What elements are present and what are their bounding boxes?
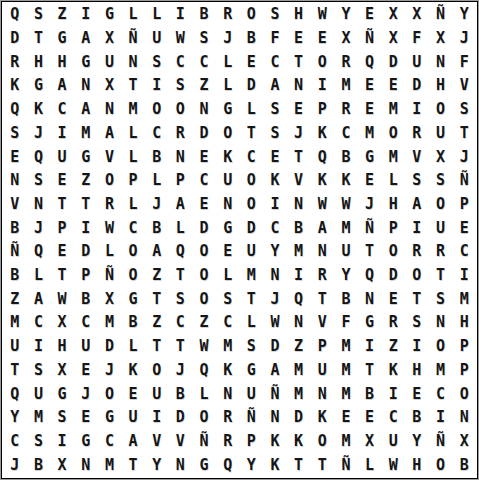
cell-r7c19[interactable]: X	[429, 145, 453, 169]
cell-r12c3[interactable]: T	[50, 264, 74, 288]
cell-r16c13[interactable]: M	[287, 359, 311, 383]
cell-r18c17[interactable]: C	[381, 406, 405, 430]
cell-r7c20[interactable]: J	[452, 145, 476, 169]
cell-r4c20[interactable]: V	[452, 74, 476, 98]
cell-r15c3[interactable]: H	[50, 335, 74, 359]
cell-r17c11[interactable]: U	[239, 382, 263, 406]
cell-r15c1[interactable]: U	[3, 335, 27, 359]
cell-r11c11[interactable]: U	[239, 240, 263, 264]
cell-r6c17[interactable]: O	[381, 122, 405, 146]
cell-r13c7[interactable]: T	[145, 287, 169, 311]
cell-r4c14[interactable]: I	[310, 74, 334, 98]
cell-r8c18[interactable]: S	[405, 169, 429, 193]
cell-r12c19[interactable]: T	[429, 264, 453, 288]
cell-r15c17[interactable]: Z	[381, 335, 405, 359]
cell-r7c3[interactable]: U	[50, 145, 74, 169]
cell-r5c1[interactable]: Q	[3, 98, 27, 122]
cell-r1c20[interactable]: Y	[452, 3, 476, 27]
cell-r12c20[interactable]: I	[452, 264, 476, 288]
cell-r6c20[interactable]: T	[452, 122, 476, 146]
cell-r19c3[interactable]: I	[50, 430, 74, 454]
cell-r3c17[interactable]: D	[381, 50, 405, 74]
cell-r2c2[interactable]: T	[27, 27, 51, 51]
cell-r8c19[interactable]: S	[429, 169, 453, 193]
cell-r18c11[interactable]: Ñ	[239, 406, 263, 430]
cell-r14c2[interactable]: C	[27, 311, 51, 335]
cell-r17c19[interactable]: C	[429, 382, 453, 406]
cell-r1c2[interactable]: S	[27, 3, 51, 27]
cell-r19c7[interactable]: V	[145, 430, 169, 454]
cell-r14c1[interactable]: M	[3, 311, 27, 335]
cell-r18c3[interactable]: S	[50, 406, 74, 430]
cell-r10c1[interactable]: B	[3, 216, 27, 240]
cell-r12c4[interactable]: P	[74, 264, 98, 288]
cell-r5c6[interactable]: M	[121, 98, 145, 122]
cell-r9c4[interactable]: T	[74, 193, 98, 217]
cell-r1c6[interactable]: L	[121, 3, 145, 27]
cell-r4c16[interactable]: E	[358, 74, 382, 98]
cell-r4c19[interactable]: H	[429, 74, 453, 98]
cell-r14c16[interactable]: G	[358, 311, 382, 335]
cell-r12c1[interactable]: B	[3, 264, 27, 288]
cell-r10c4[interactable]: I	[74, 216, 98, 240]
cell-r11c13[interactable]: M	[287, 240, 311, 264]
cell-r2c20[interactable]: J	[452, 27, 476, 51]
cell-r16c10[interactable]: K	[216, 359, 240, 383]
cell-r20c5[interactable]: M	[98, 453, 122, 477]
cell-r15c13[interactable]: Z	[287, 335, 311, 359]
cell-r12c9[interactable]: O	[192, 264, 216, 288]
cell-r12c15[interactable]: Y	[334, 264, 358, 288]
cell-r13c19[interactable]: S	[429, 287, 453, 311]
cell-r17c5[interactable]: O	[98, 382, 122, 406]
cell-r5c3[interactable]: C	[50, 98, 74, 122]
cell-r6c7[interactable]: C	[145, 122, 169, 146]
cell-r5c5[interactable]: N	[98, 98, 122, 122]
cell-r2c12[interactable]: F	[263, 27, 287, 51]
cell-r14c11[interactable]: L	[239, 311, 263, 335]
cell-r16c17[interactable]: K	[381, 359, 405, 383]
cell-r19c8[interactable]: V	[169, 430, 193, 454]
cell-r1c17[interactable]: X	[381, 3, 405, 27]
cell-r11c6[interactable]: O	[121, 240, 145, 264]
cell-r5c12[interactable]: S	[263, 98, 287, 122]
cell-r16c9[interactable]: Q	[192, 359, 216, 383]
cell-r18c20[interactable]: N	[452, 406, 476, 430]
cell-r14c6[interactable]: B	[121, 311, 145, 335]
cell-r5c18[interactable]: I	[405, 98, 429, 122]
cell-r11c2[interactable]: Q	[27, 240, 51, 264]
cell-r5c7[interactable]: O	[145, 98, 169, 122]
cell-r2c6[interactable]: Ñ	[121, 27, 145, 51]
cell-r19c6[interactable]: A	[121, 430, 145, 454]
cell-r2c4[interactable]: A	[74, 27, 98, 51]
cell-r18c7[interactable]: I	[145, 406, 169, 430]
cell-r7c18[interactable]: V	[405, 145, 429, 169]
cell-r3c10[interactable]: L	[216, 50, 240, 74]
cell-r4c10[interactable]: L	[216, 74, 240, 98]
cell-r13c16[interactable]: N	[358, 287, 382, 311]
cell-r11c17[interactable]: O	[381, 240, 405, 264]
cell-r18c19[interactable]: I	[429, 406, 453, 430]
cell-r7c14[interactable]: Q	[310, 145, 334, 169]
cell-r1c7[interactable]: L	[145, 3, 169, 27]
cell-r11c1[interactable]: Ñ	[3, 240, 27, 264]
cell-r2c13[interactable]: E	[287, 27, 311, 51]
cell-r18c4[interactable]: E	[74, 406, 98, 430]
cell-r6c14[interactable]: K	[310, 122, 334, 146]
cell-r9c20[interactable]: P	[452, 193, 476, 217]
cell-r3c14[interactable]: O	[310, 50, 334, 74]
cell-r7c11[interactable]: C	[239, 145, 263, 169]
cell-r4c2[interactable]: G	[27, 74, 51, 98]
cell-r10c13[interactable]: B	[287, 216, 311, 240]
cell-r19c5[interactable]: C	[98, 430, 122, 454]
cell-r7c4[interactable]: G	[74, 145, 98, 169]
cell-r19c20[interactable]: X	[452, 430, 476, 454]
cell-r4c18[interactable]: D	[405, 74, 429, 98]
cell-r18c13[interactable]: D	[287, 406, 311, 430]
cell-r9c1[interactable]: V	[3, 193, 27, 217]
cell-r2c16[interactable]: Ñ	[358, 27, 382, 51]
cell-r17c12[interactable]: Ñ	[263, 382, 287, 406]
cell-r12c17[interactable]: D	[381, 264, 405, 288]
cell-r17c20[interactable]: O	[452, 382, 476, 406]
cell-r10c2[interactable]: J	[27, 216, 51, 240]
cell-r20c18[interactable]: H	[405, 453, 429, 477]
cell-r7c2[interactable]: Q	[27, 145, 51, 169]
cell-r13c13[interactable]: Q	[287, 287, 311, 311]
cell-r15c20[interactable]: P	[452, 335, 476, 359]
cell-r8c4[interactable]: Z	[74, 169, 98, 193]
cell-r3c9[interactable]: C	[192, 50, 216, 74]
cell-r17c18[interactable]: E	[405, 382, 429, 406]
cell-r15c16[interactable]: I	[358, 335, 382, 359]
cell-r20c16[interactable]: L	[358, 453, 382, 477]
cell-r2c8[interactable]: W	[169, 27, 193, 51]
cell-r12c7[interactable]: Z	[145, 264, 169, 288]
cell-r9c9[interactable]: E	[192, 193, 216, 217]
cell-r1c16[interactable]: E	[358, 3, 382, 27]
cell-r12c2[interactable]: L	[27, 264, 51, 288]
cell-r16c18[interactable]: H	[405, 359, 429, 383]
cell-r1c3[interactable]: Z	[50, 3, 74, 27]
cell-r12c12[interactable]: N	[263, 264, 287, 288]
cell-r13c15[interactable]: B	[334, 287, 358, 311]
cell-r1c10[interactable]: R	[216, 3, 240, 27]
cell-r2c3[interactable]: G	[50, 27, 74, 51]
cell-r15c6[interactable]: L	[121, 335, 145, 359]
cell-r20c10[interactable]: Q	[216, 453, 240, 477]
cell-r7c8[interactable]: N	[169, 145, 193, 169]
cell-r10c14[interactable]: A	[310, 216, 334, 240]
cell-r7c9[interactable]: E	[192, 145, 216, 169]
cell-r19c12[interactable]: K	[263, 430, 287, 454]
cell-r20c15[interactable]: Ñ	[334, 453, 358, 477]
cell-r7c1[interactable]: E	[3, 145, 27, 169]
cell-r4c7[interactable]: I	[145, 74, 169, 98]
cell-r11c5[interactable]: L	[98, 240, 122, 264]
cell-r11c15[interactable]: U	[334, 240, 358, 264]
cell-r3c2[interactable]: H	[27, 50, 51, 74]
cell-r5c17[interactable]: M	[381, 98, 405, 122]
cell-r12c18[interactable]: O	[405, 264, 429, 288]
cell-r12c13[interactable]: I	[287, 264, 311, 288]
cell-r10c10[interactable]: G	[216, 216, 240, 240]
cell-r20c7[interactable]: Y	[145, 453, 169, 477]
cell-r13c9[interactable]: O	[192, 287, 216, 311]
cell-r11c10[interactable]: E	[216, 240, 240, 264]
cell-r6c2[interactable]: J	[27, 122, 51, 146]
cell-r1c8[interactable]: I	[169, 3, 193, 27]
cell-r11c18[interactable]: R	[405, 240, 429, 264]
cell-r19c2[interactable]: S	[27, 430, 51, 454]
cell-r3c19[interactable]: N	[429, 50, 453, 74]
cell-r7c17[interactable]: M	[381, 145, 405, 169]
cell-r9c18[interactable]: A	[405, 193, 429, 217]
cell-r15c2[interactable]: I	[27, 335, 51, 359]
cell-r4c5[interactable]: X	[98, 74, 122, 98]
cell-r1c15[interactable]: Y	[334, 3, 358, 27]
cell-r11c7[interactable]: A	[145, 240, 169, 264]
cell-r3c11[interactable]: E	[239, 50, 263, 74]
cell-r3c12[interactable]: C	[263, 50, 287, 74]
cell-r9c6[interactable]: L	[121, 193, 145, 217]
cell-r14c18[interactable]: S	[405, 311, 429, 335]
cell-r2c7[interactable]: U	[145, 27, 169, 51]
cell-r13c3[interactable]: W	[50, 287, 74, 311]
cell-r5c14[interactable]: P	[310, 98, 334, 122]
cell-r13c18[interactable]: T	[405, 287, 429, 311]
cell-r18c5[interactable]: G	[98, 406, 122, 430]
cell-r13c20[interactable]: M	[452, 287, 476, 311]
cell-r16c14[interactable]: U	[310, 359, 334, 383]
cell-r17c15[interactable]: M	[334, 382, 358, 406]
cell-r1c1[interactable]: Q	[3, 3, 27, 27]
cell-r17c8[interactable]: B	[169, 382, 193, 406]
cell-r19c18[interactable]: Y	[405, 430, 429, 454]
cell-r2c9[interactable]: S	[192, 27, 216, 51]
cell-r14c17[interactable]: R	[381, 311, 405, 335]
cell-r8c10[interactable]: U	[216, 169, 240, 193]
cell-r13c10[interactable]: S	[216, 287, 240, 311]
cell-r13c8[interactable]: S	[169, 287, 193, 311]
cell-r11c8[interactable]: Q	[169, 240, 193, 264]
cell-r1c14[interactable]: W	[310, 3, 334, 27]
cell-r4c1[interactable]: K	[3, 74, 27, 98]
cell-r3c3[interactable]: H	[50, 50, 74, 74]
cell-r15c8[interactable]: T	[169, 335, 193, 359]
cell-r11c19[interactable]: R	[429, 240, 453, 264]
cell-r8c12[interactable]: K	[263, 169, 287, 193]
cell-r8c6[interactable]: P	[121, 169, 145, 193]
cell-r6c13[interactable]: J	[287, 122, 311, 146]
cell-r10c19[interactable]: U	[429, 216, 453, 240]
cell-r8c9[interactable]: C	[192, 169, 216, 193]
cell-r6c5[interactable]: A	[98, 122, 122, 146]
cell-r10c8[interactable]: L	[169, 216, 193, 240]
cell-r2c15[interactable]: X	[334, 27, 358, 51]
cell-r5c11[interactable]: L	[239, 98, 263, 122]
cell-r9c17[interactable]: H	[381, 193, 405, 217]
cell-r2c11[interactable]: B	[239, 27, 263, 51]
cell-r13c11[interactable]: T	[239, 287, 263, 311]
cell-r6c9[interactable]: D	[192, 122, 216, 146]
cell-r20c3[interactable]: X	[50, 453, 74, 477]
cell-r5c10[interactable]: G	[216, 98, 240, 122]
cell-r18c18[interactable]: B	[405, 406, 429, 430]
cell-r1c5[interactable]: G	[98, 3, 122, 27]
cell-r17c10[interactable]: N	[216, 382, 240, 406]
cell-r18c14[interactable]: K	[310, 406, 334, 430]
cell-r1c13[interactable]: H	[287, 3, 311, 27]
cell-r8c3[interactable]: E	[50, 169, 74, 193]
cell-r6c18[interactable]: R	[405, 122, 429, 146]
cell-r15c9[interactable]: W	[192, 335, 216, 359]
cell-r17c13[interactable]: M	[287, 382, 311, 406]
cell-r2c14[interactable]: E	[310, 27, 334, 51]
cell-r13c2[interactable]: A	[27, 287, 51, 311]
cell-r13c6[interactable]: G	[121, 287, 145, 311]
cell-r5c13[interactable]: E	[287, 98, 311, 122]
cell-r3c8[interactable]: C	[169, 50, 193, 74]
cell-r16c1[interactable]: T	[3, 359, 27, 383]
cell-r16c20[interactable]: P	[452, 359, 476, 383]
cell-r18c16[interactable]: E	[358, 406, 382, 430]
cell-r19c13[interactable]: K	[287, 430, 311, 454]
cell-r8c20[interactable]: Ñ	[452, 169, 476, 193]
cell-r19c1[interactable]: C	[3, 430, 27, 454]
cell-r4c6[interactable]: T	[121, 74, 145, 98]
cell-r16c5[interactable]: J	[98, 359, 122, 383]
cell-r2c17[interactable]: X	[381, 27, 405, 51]
cell-r17c4[interactable]: J	[74, 382, 98, 406]
cell-r15c14[interactable]: P	[310, 335, 334, 359]
cell-r16c12[interactable]: A	[263, 359, 287, 383]
cell-r17c6[interactable]: E	[121, 382, 145, 406]
cell-r2c1[interactable]: D	[3, 27, 27, 51]
cell-r17c3[interactable]: G	[50, 382, 74, 406]
cell-r19c17[interactable]: U	[381, 430, 405, 454]
cell-r14c4[interactable]: C	[74, 311, 98, 335]
cell-r10c7[interactable]: B	[145, 216, 169, 240]
cell-r4c12[interactable]: A	[263, 74, 287, 98]
cell-r13c4[interactable]: B	[74, 287, 98, 311]
cell-r3c7[interactable]: S	[145, 50, 169, 74]
cell-r16c6[interactable]: K	[121, 359, 145, 383]
cell-r4c15[interactable]: M	[334, 74, 358, 98]
cell-r6c10[interactable]: O	[216, 122, 240, 146]
cell-r16c7[interactable]: O	[145, 359, 169, 383]
cell-r10c6[interactable]: C	[121, 216, 145, 240]
cell-r13c14[interactable]: T	[310, 287, 334, 311]
cell-r1c12[interactable]: S	[263, 3, 287, 27]
cell-r7c10[interactable]: K	[216, 145, 240, 169]
cell-r5c15[interactable]: R	[334, 98, 358, 122]
cell-r15c10[interactable]: M	[216, 335, 240, 359]
cell-r16c4[interactable]: E	[74, 359, 98, 383]
cell-r14c19[interactable]: N	[429, 311, 453, 335]
cell-r20c19[interactable]: O	[429, 453, 453, 477]
cell-r9c10[interactable]: N	[216, 193, 240, 217]
cell-r19c14[interactable]: O	[310, 430, 334, 454]
cell-r16c11[interactable]: G	[239, 359, 263, 383]
cell-r10c15[interactable]: M	[334, 216, 358, 240]
cell-r16c15[interactable]: M	[334, 359, 358, 383]
cell-r7c7[interactable]: B	[145, 145, 169, 169]
cell-r12c10[interactable]: L	[216, 264, 240, 288]
cell-r20c8[interactable]: N	[169, 453, 193, 477]
cell-r9c8[interactable]: A	[169, 193, 193, 217]
cell-r5c16[interactable]: E	[358, 98, 382, 122]
cell-r17c7[interactable]: U	[145, 382, 169, 406]
cell-r6c6[interactable]: L	[121, 122, 145, 146]
cell-r11c20[interactable]: C	[452, 240, 476, 264]
cell-r4c8[interactable]: S	[169, 74, 193, 98]
cell-r9c2[interactable]: N	[27, 193, 51, 217]
cell-r10c3[interactable]: P	[50, 216, 74, 240]
cell-r7c16[interactable]: G	[358, 145, 382, 169]
cell-r19c16[interactable]: X	[358, 430, 382, 454]
cell-r12c16[interactable]: Q	[358, 264, 382, 288]
cell-r6c16[interactable]: M	[358, 122, 382, 146]
cell-r8c5[interactable]: O	[98, 169, 122, 193]
cell-r20c4[interactable]: N	[74, 453, 98, 477]
cell-r19c10[interactable]: R	[216, 430, 240, 454]
cell-r3c6[interactable]: N	[121, 50, 145, 74]
cell-r14c20[interactable]: H	[452, 311, 476, 335]
cell-r7c13[interactable]: T	[287, 145, 311, 169]
cell-r9c16[interactable]: J	[358, 193, 382, 217]
cell-r13c12[interactable]: J	[263, 287, 287, 311]
cell-r19c15[interactable]: M	[334, 430, 358, 454]
cell-r17c1[interactable]: Q	[3, 382, 27, 406]
cell-r4c9[interactable]: Z	[192, 74, 216, 98]
cell-r18c6[interactable]: U	[121, 406, 145, 430]
cell-r11c3[interactable]: E	[50, 240, 74, 264]
cell-r20c14[interactable]: T	[310, 453, 334, 477]
cell-r12c8[interactable]: T	[169, 264, 193, 288]
cell-r1c9[interactable]: B	[192, 3, 216, 27]
cell-r15c12[interactable]: D	[263, 335, 287, 359]
cell-r14c8[interactable]: C	[169, 311, 193, 335]
cell-r16c8[interactable]: J	[169, 359, 193, 383]
cell-r12c14[interactable]: R	[310, 264, 334, 288]
cell-r9c7[interactable]: J	[145, 193, 169, 217]
cell-r12c5[interactable]: Ñ	[98, 264, 122, 288]
cell-r8c17[interactable]: L	[381, 169, 405, 193]
cell-r6c8[interactable]: R	[169, 122, 193, 146]
cell-r15c4[interactable]: U	[74, 335, 98, 359]
cell-r20c12[interactable]: K	[263, 453, 287, 477]
cell-r1c18[interactable]: X	[405, 3, 429, 27]
cell-r6c15[interactable]: C	[334, 122, 358, 146]
cell-r10c16[interactable]: Ñ	[358, 216, 382, 240]
cell-r10c9[interactable]: D	[192, 216, 216, 240]
cell-r18c2[interactable]: M	[27, 406, 51, 430]
cell-r9c15[interactable]: W	[334, 193, 358, 217]
cell-r18c1[interactable]: Y	[3, 406, 27, 430]
cell-r20c1[interactable]: J	[3, 453, 27, 477]
cell-r9c12[interactable]: I	[263, 193, 287, 217]
cell-r16c2[interactable]: S	[27, 359, 51, 383]
cell-r14c15[interactable]: F	[334, 311, 358, 335]
cell-r3c5[interactable]: U	[98, 50, 122, 74]
cell-r14c5[interactable]: M	[98, 311, 122, 335]
cell-r14c3[interactable]: X	[50, 311, 74, 335]
cell-r5c20[interactable]: S	[452, 98, 476, 122]
cell-r8c15[interactable]: K	[334, 169, 358, 193]
